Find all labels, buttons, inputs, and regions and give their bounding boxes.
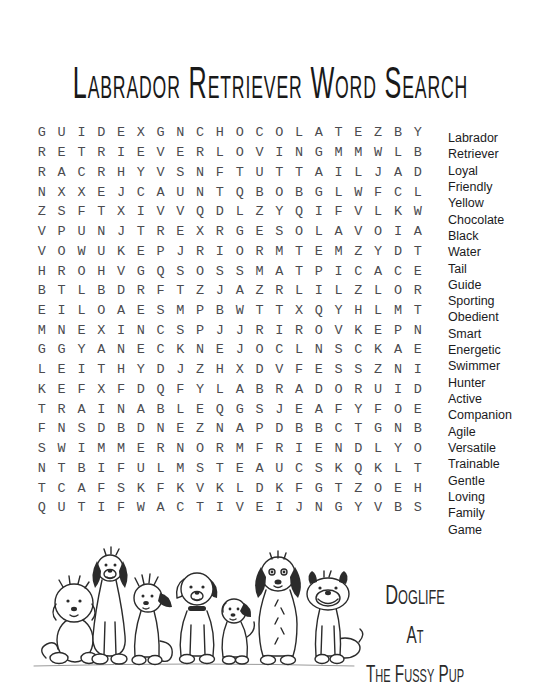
dogs-illustration xyxy=(26,540,366,690)
grid-cell: M xyxy=(349,143,369,163)
grid-cell: W xyxy=(230,301,250,321)
grid-cell: L xyxy=(72,301,92,321)
grid-cell: E xyxy=(52,380,72,400)
word-list-item: Black xyxy=(448,228,512,244)
grid-cell: E xyxy=(111,123,131,143)
grid-cell: I xyxy=(91,399,111,419)
grid-cell: Q xyxy=(289,202,309,222)
grid-cell: R xyxy=(250,320,270,340)
grid-cell: Z xyxy=(190,360,210,380)
word-list-item: Loving xyxy=(448,489,512,505)
grid-cell: N xyxy=(388,419,408,439)
grid-cell: T xyxy=(289,162,309,182)
grid-cell: R xyxy=(269,281,289,301)
grid-cell: K xyxy=(111,241,131,261)
grid-cell: W xyxy=(52,439,72,459)
ground-line xyxy=(34,664,354,666)
word-list-item: Obedient xyxy=(448,309,512,325)
grid-cell: F xyxy=(368,182,388,202)
grid-cell: Q xyxy=(210,399,230,419)
grid-cell: O xyxy=(269,123,289,143)
grid-cell: Y xyxy=(329,301,349,321)
grid-cell: F xyxy=(151,281,171,301)
grid-cell: F xyxy=(250,439,270,459)
grid-cell: B xyxy=(408,143,428,163)
grid-cell: R xyxy=(32,162,52,182)
footer-brand: Doglife At The Fussy Pup xyxy=(360,578,471,689)
grid-cell: L xyxy=(349,162,369,182)
grid-cell: M xyxy=(269,241,289,261)
grid-cell: R xyxy=(151,222,171,242)
grid-cell: R xyxy=(190,241,210,261)
grid-cell: I xyxy=(72,123,92,143)
grid-cell: R xyxy=(52,261,72,281)
grid-cell: E xyxy=(170,222,190,242)
grid-cell: W xyxy=(368,143,388,163)
dog-big-fluffy xyxy=(255,551,301,665)
grid-cell: N xyxy=(388,360,408,380)
word-search-page: { "game": "word-search", "title": "Labra… xyxy=(0,0,541,700)
grid-cell: J xyxy=(289,498,309,518)
word-list-item: Labrador xyxy=(448,130,512,146)
word-list-item: Agile xyxy=(448,424,512,440)
grid-cell: F xyxy=(111,498,131,518)
word-list-item: Family xyxy=(448,505,512,521)
grid-cell: E xyxy=(131,241,151,261)
grid-cell: D xyxy=(309,380,329,400)
grid-cell: C xyxy=(269,340,289,360)
grid-cell: H xyxy=(408,478,428,498)
grid-cell: N xyxy=(52,320,72,340)
grid-cell: N xyxy=(289,143,309,163)
grid-cell: O xyxy=(230,241,250,261)
grid-cell: A xyxy=(72,478,92,498)
grid-cell: B xyxy=(32,281,52,301)
grid-cell: A xyxy=(408,222,428,242)
grid-cell: F xyxy=(289,478,309,498)
grid-cell: I xyxy=(269,143,289,163)
grid-cell: T xyxy=(52,281,72,301)
grid-cell: O xyxy=(91,301,111,321)
grid-cell: L xyxy=(368,281,388,301)
grid-cell: O xyxy=(190,439,210,459)
grid-cell: Z xyxy=(250,202,270,222)
grid-cell: Z xyxy=(368,360,388,380)
grid-cell: A xyxy=(52,162,72,182)
grid-cell: N xyxy=(210,419,230,439)
grid-cell: N xyxy=(190,340,210,360)
grid-cell: K xyxy=(349,320,369,340)
grid-cell: T xyxy=(408,241,428,261)
grid-cell: P xyxy=(190,320,210,340)
grid-cell: X xyxy=(52,182,72,202)
grid-cell: O xyxy=(329,380,349,400)
grid-cell: Y xyxy=(408,123,428,143)
grid-cell: S xyxy=(32,439,52,459)
grid-cell: D xyxy=(388,241,408,261)
grid-cell: A xyxy=(230,419,250,439)
grid-cell: Q xyxy=(151,261,171,281)
grid-cell: V xyxy=(230,498,250,518)
grid-cell: G xyxy=(309,478,329,498)
grid-cell: M xyxy=(329,241,349,261)
grid-cell: K xyxy=(170,340,190,360)
word-list-item: Game xyxy=(448,522,512,538)
word-list: LabradorRetrieverLoyalFriendlyYellowChoc… xyxy=(448,130,512,538)
grid-cell: E xyxy=(131,340,151,360)
grid-cell: C xyxy=(349,261,369,281)
grid-cell: S xyxy=(170,320,190,340)
grid-cell: O xyxy=(72,261,92,281)
grid-cell: U xyxy=(52,498,72,518)
grid-cell: H xyxy=(91,261,111,281)
grid-cell: G xyxy=(230,399,250,419)
grid-cell: L xyxy=(309,222,329,242)
grid-cell: C xyxy=(250,123,270,143)
footer-brand-line2: At xyxy=(360,620,471,650)
grid-cell: S xyxy=(170,261,190,281)
grid-cell: I xyxy=(131,202,151,222)
grid-cell: D xyxy=(151,360,171,380)
grid-cell: Y xyxy=(349,399,369,419)
grid-cell: M xyxy=(388,301,408,321)
word-list-item: Active xyxy=(448,391,512,407)
grid-cell: L xyxy=(289,281,309,301)
grid-cell: O xyxy=(368,478,388,498)
grid-cell: O xyxy=(52,241,72,261)
grid-cell: M xyxy=(250,261,270,281)
grid-cell: E xyxy=(131,301,151,321)
word-list-item: Water xyxy=(448,244,512,260)
word-list-item: Gentle xyxy=(448,473,512,489)
grid-cell: S xyxy=(329,340,349,360)
grid-cell: P xyxy=(190,301,210,321)
grid-cell: R xyxy=(131,281,151,301)
grid-cell: L xyxy=(230,202,250,222)
grid-cell: T xyxy=(289,261,309,281)
grid-cell: E xyxy=(91,182,111,202)
grid-cell: U xyxy=(131,458,151,478)
grid-cell: L xyxy=(210,380,230,400)
grid-cell: Y xyxy=(349,498,369,518)
grid-cell: G xyxy=(151,123,171,143)
grid-cell: I xyxy=(210,498,230,518)
grid-cell: J xyxy=(170,241,190,261)
grid-cell: I xyxy=(309,281,329,301)
grid-cell: M xyxy=(32,320,52,340)
grid-cell: T xyxy=(32,478,52,498)
grid-cell: K xyxy=(329,458,349,478)
grid-cell: R xyxy=(210,222,230,242)
grid-cell: U xyxy=(72,222,92,242)
grid-cell: Z xyxy=(349,281,369,301)
word-list-item: Loyal xyxy=(448,163,512,179)
grid-cell: N xyxy=(32,182,52,202)
grid-cell: V xyxy=(111,261,131,281)
grid-cell: G xyxy=(309,143,329,163)
grid-cell: T xyxy=(210,182,230,202)
grid-cell: W xyxy=(72,241,92,261)
grid-cell: N xyxy=(329,439,349,459)
grid-cell: K xyxy=(368,340,388,360)
grid-cell: Z xyxy=(32,202,52,222)
grid-cell: E xyxy=(52,360,72,380)
grid-cell: M xyxy=(170,301,190,321)
grid-cell: V xyxy=(329,320,349,340)
grid-cell: J xyxy=(210,281,230,301)
grid-cell: U xyxy=(52,123,72,143)
grid-cell: P xyxy=(388,320,408,340)
grid-cell: O xyxy=(388,399,408,419)
grid-cell: E xyxy=(408,340,428,360)
grid-cell: I xyxy=(91,498,111,518)
grid-cell: Y xyxy=(368,241,388,261)
grid-cell: R xyxy=(52,399,72,419)
grid-cell: R xyxy=(91,162,111,182)
grid-cell: O xyxy=(269,182,289,202)
grid-cell: I xyxy=(408,360,428,380)
grid-cell: X xyxy=(289,301,309,321)
footer-brand-line3: The Fussy Pup xyxy=(360,659,471,689)
word-list-item: Trainable xyxy=(448,456,512,472)
dog-tall xyxy=(92,547,128,664)
grid-cell: E xyxy=(170,143,190,163)
grid-cell: F xyxy=(329,399,349,419)
word-list-item: Versatile xyxy=(448,440,512,456)
grid-cell: E xyxy=(408,261,428,281)
grid-cell: A xyxy=(72,399,92,419)
grid-cell: M xyxy=(111,439,131,459)
grid-cell: T xyxy=(72,143,92,163)
grid-cell: I xyxy=(210,241,230,261)
grid-cell: F xyxy=(111,380,131,400)
grid-cell: D xyxy=(91,123,111,143)
word-search-grid: GUIDEXGNCHOCOLATEZBYRETRIEVERLOVINGMMWLB… xyxy=(32,123,428,518)
grid-cell: T xyxy=(190,498,210,518)
grid-cell: V xyxy=(32,222,52,242)
grid-cell: D xyxy=(408,380,428,400)
grid-cell: K xyxy=(210,478,230,498)
grid-cell: J xyxy=(210,320,230,340)
grid-cell: T xyxy=(230,162,250,182)
grid-cell: T xyxy=(72,498,92,518)
grid-cell: B xyxy=(72,458,92,478)
grid-cell: I xyxy=(388,222,408,242)
grid-cell: V xyxy=(349,202,369,222)
grid-cell: H xyxy=(210,360,230,380)
grid-cell: D xyxy=(111,281,131,301)
grid-cell: L xyxy=(388,143,408,163)
grid-cell: S xyxy=(329,360,349,380)
grid-cell: C xyxy=(349,340,369,360)
dog-small-pup xyxy=(222,599,254,664)
grid-cell: I xyxy=(269,320,289,340)
grid-cell: V xyxy=(151,143,171,163)
grid-cell: E xyxy=(72,320,92,340)
grid-cell: I xyxy=(329,261,349,281)
grid-cell: C xyxy=(131,182,151,202)
grid-cell: Q xyxy=(151,380,171,400)
grid-cell: B xyxy=(408,419,428,439)
grid-cell: C xyxy=(52,478,72,498)
grid-cell: S xyxy=(210,261,230,281)
grid-cell: F xyxy=(170,380,190,400)
grid-cell: H xyxy=(32,261,52,281)
grid-cell: S xyxy=(151,301,171,321)
grid-cell: T xyxy=(32,399,52,419)
grid-cell: E xyxy=(368,320,388,340)
grid-cell: U xyxy=(91,241,111,261)
grid-cell: M xyxy=(91,439,111,459)
grid-cell: I xyxy=(309,202,329,222)
grid-cell: E xyxy=(131,143,151,163)
grid-cell: I xyxy=(72,360,92,380)
grid-cell: P xyxy=(151,241,171,261)
grid-cell: E xyxy=(349,123,369,143)
grid-cell: F xyxy=(210,162,230,182)
grid-cell: E xyxy=(309,241,329,261)
grid-cell: R xyxy=(289,320,309,340)
grid-cell: L xyxy=(329,281,349,301)
grid-cell: A xyxy=(230,281,250,301)
grid-cell: C xyxy=(72,162,92,182)
grid-cell: B xyxy=(309,419,329,439)
grid-cell: F xyxy=(72,202,92,222)
grid-cell: A xyxy=(111,301,131,321)
grid-cell: B xyxy=(289,182,309,202)
grid-cell: O xyxy=(408,439,428,459)
grid-cell: W xyxy=(131,498,151,518)
grid-cell: J xyxy=(230,320,250,340)
grid-cell: A xyxy=(289,380,309,400)
grid-cell: Z xyxy=(250,281,270,301)
grid-cell: N xyxy=(170,439,190,459)
grid-cell: S xyxy=(349,360,369,380)
grid-cell: N xyxy=(151,419,171,439)
grid-cell: G xyxy=(32,340,52,360)
grid-cell: J xyxy=(111,182,131,202)
grid-cell: C xyxy=(170,498,190,518)
grid-cell: F xyxy=(329,202,349,222)
grid-cell: X xyxy=(91,320,111,340)
grid-cell: A xyxy=(309,399,329,419)
word-list-item: Retriever xyxy=(448,146,512,162)
grid-cell: T xyxy=(269,301,289,321)
grid-cell: U xyxy=(170,182,190,202)
grid-cell: K xyxy=(131,478,151,498)
grid-cell: A xyxy=(269,261,289,281)
grid-cell: F xyxy=(72,380,92,400)
grid-cell: V xyxy=(349,222,369,242)
grid-cell: V xyxy=(250,143,270,163)
grid-cell: Q xyxy=(230,182,250,202)
grid-cell: A xyxy=(230,380,250,400)
grid-cell: E xyxy=(210,340,230,360)
grid-cell: R xyxy=(269,380,289,400)
grid-cell: D xyxy=(408,162,428,182)
grid-cell: S xyxy=(408,498,428,518)
grid-cell: X xyxy=(111,202,131,222)
grid-cell: U xyxy=(368,380,388,400)
grid-cell: K xyxy=(170,478,190,498)
grid-cell: A xyxy=(388,162,408,182)
grid-cell: L xyxy=(151,458,171,478)
grid-cell: S xyxy=(250,399,270,419)
word-list-item: Sporting xyxy=(448,293,512,309)
grid-cell: T xyxy=(52,458,72,478)
grid-cell: I xyxy=(289,439,309,459)
grid-cell: R xyxy=(269,439,289,459)
grid-cell: V xyxy=(151,162,171,182)
grid-cell: A xyxy=(329,222,349,242)
grid-cell: T xyxy=(269,162,289,182)
grid-cell: N xyxy=(408,320,428,340)
word-list-item: Hunter xyxy=(448,375,512,391)
grid-cell: O xyxy=(230,123,250,143)
grid-cell: O xyxy=(388,281,408,301)
grid-cell: N xyxy=(111,399,131,419)
grid-cell: O xyxy=(190,261,210,281)
grid-cell: T xyxy=(289,241,309,261)
grid-cell: L xyxy=(368,202,388,222)
grid-cell: S xyxy=(190,458,210,478)
grid-cell: L xyxy=(32,360,52,380)
grid-cell: I xyxy=(388,380,408,400)
word-list-item: Energetic xyxy=(448,342,512,358)
grid-cell: R xyxy=(210,439,230,459)
grid-cell: C xyxy=(329,419,349,439)
grid-cell: I xyxy=(91,458,111,478)
grid-cell: A xyxy=(91,340,111,360)
grid-cell: B xyxy=(151,399,171,419)
dog-collar-puppy xyxy=(177,573,218,664)
grid-cell: I xyxy=(269,498,289,518)
grid-cell: G xyxy=(52,340,72,360)
grid-cell: A xyxy=(309,123,329,143)
grid-cell: W xyxy=(408,202,428,222)
grid-cell: T xyxy=(91,360,111,380)
grid-cell: F xyxy=(368,399,388,419)
grid-cell: N xyxy=(170,123,190,143)
grid-cell: N xyxy=(52,419,72,439)
dog-smiling xyxy=(307,571,363,664)
grid-cell: P xyxy=(52,222,72,242)
grid-cell: E xyxy=(170,419,190,439)
grid-cell: V xyxy=(32,241,52,261)
grid-cell: E xyxy=(250,222,270,242)
grid-cell: D xyxy=(349,439,369,459)
grid-cell: D xyxy=(131,380,151,400)
grid-cell: Q xyxy=(32,498,52,518)
grid-cell: F xyxy=(91,478,111,498)
grid-cell: L xyxy=(388,458,408,478)
grid-cell: I xyxy=(111,143,131,163)
grid-cell: U xyxy=(250,162,270,182)
grid-cell: Q xyxy=(190,202,210,222)
grid-cell: A xyxy=(131,399,151,419)
grid-cell: L xyxy=(368,301,388,321)
word-list-item: Tail xyxy=(448,261,512,277)
grid-cell: S xyxy=(72,419,92,439)
grid-cell: T xyxy=(329,478,349,498)
grid-cell: D xyxy=(131,419,151,439)
grid-cell: S xyxy=(269,222,289,242)
grid-cell: A xyxy=(388,340,408,360)
grid-cell: L xyxy=(170,399,190,419)
grid-cell: E xyxy=(309,360,329,380)
grid-cell: U xyxy=(269,458,289,478)
grid-cell: F xyxy=(289,360,309,380)
